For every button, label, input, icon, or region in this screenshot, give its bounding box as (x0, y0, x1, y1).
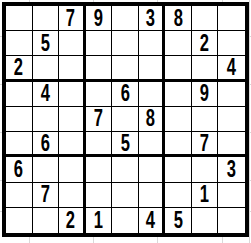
cell-r6c7[interactable] (165, 132, 192, 157)
spreadsheet-background: 793852244697865763712145 (0, 0, 251, 243)
cell-r6c8: 7 (192, 132, 219, 157)
cell-r2c1[interactable] (6, 31, 33, 56)
cell-r7c1: 6 (6, 157, 33, 182)
cell-r9c6: 4 (139, 208, 166, 233)
cell-r6c4[interactable] (86, 132, 113, 157)
cell-r7c8[interactable] (192, 157, 219, 182)
cell-r4c9[interactable] (218, 82, 245, 107)
cell-r6c2: 6 (33, 132, 60, 157)
cell-r2c9[interactable] (218, 31, 245, 56)
given-digit: 6 (120, 82, 129, 105)
cell-r6c5: 5 (112, 132, 139, 157)
cell-r9c3: 2 (59, 208, 86, 233)
cell-r5c7[interactable] (165, 107, 192, 132)
cell-r9c7: 5 (165, 208, 192, 233)
given-digit: 2 (66, 209, 75, 232)
given-digit: 3 (146, 7, 155, 30)
given-digit: 4 (41, 82, 50, 105)
cell-r4c5: 6 (112, 82, 139, 107)
cell-r3c4[interactable] (86, 56, 113, 81)
cell-r2c5[interactable] (112, 31, 139, 56)
cell-r7c2[interactable] (33, 157, 60, 182)
cell-r4c6[interactable] (139, 82, 166, 107)
cell-r1c9[interactable] (218, 6, 245, 31)
given-digit: 8 (173, 7, 182, 30)
cell-r8c5[interactable] (112, 183, 139, 208)
cell-r7c7[interactable] (165, 157, 192, 182)
given-digit: 5 (120, 132, 129, 155)
cell-r4c2: 4 (33, 82, 60, 107)
cell-r8c6[interactable] (139, 183, 166, 208)
given-digit: 1 (200, 183, 209, 206)
given-digit: 6 (14, 158, 23, 181)
sudoku-board: 793852244697865763712145 (2, 2, 249, 237)
given-digit: 5 (41, 32, 50, 55)
given-digit: 9 (200, 82, 209, 105)
given-digit: 4 (227, 56, 236, 79)
cell-r9c4: 1 (86, 208, 113, 233)
cell-r5c2[interactable] (33, 107, 60, 132)
cell-r6c1[interactable] (6, 132, 33, 157)
cell-r2c6[interactable] (139, 31, 166, 56)
cell-r5c8[interactable] (192, 107, 219, 132)
cell-r6c9[interactable] (218, 132, 245, 157)
cell-r4c7[interactable] (165, 82, 192, 107)
given-digit: 6 (41, 132, 50, 155)
cell-r3c2[interactable] (33, 56, 60, 81)
cell-r3c6[interactable] (139, 56, 166, 81)
given-digit: 7 (66, 7, 75, 30)
cell-r3c8[interactable] (192, 56, 219, 81)
given-digit: 2 (14, 56, 23, 79)
cell-r2c8: 2 (192, 31, 219, 56)
cell-r7c9: 3 (218, 157, 245, 182)
cell-r8c7[interactable] (165, 183, 192, 208)
cell-r8c8: 1 (192, 183, 219, 208)
given-digit: 1 (94, 209, 103, 232)
cell-r3c5[interactable] (112, 56, 139, 81)
cell-r9c9[interactable] (218, 208, 245, 233)
cell-r5c5[interactable] (112, 107, 139, 132)
given-digit: 3 (227, 158, 236, 181)
cell-r1c1[interactable] (6, 6, 33, 31)
cell-r7c4[interactable] (86, 157, 113, 182)
cell-r5c4: 7 (86, 107, 113, 132)
cell-r3c3[interactable] (59, 56, 86, 81)
cell-r9c5[interactable] (112, 208, 139, 233)
cell-r1c2[interactable] (33, 6, 60, 31)
cell-r7c3[interactable] (59, 157, 86, 182)
cell-r1c8[interactable] (192, 6, 219, 31)
cell-r2c2: 5 (33, 31, 60, 56)
cell-r2c4[interactable] (86, 31, 113, 56)
cell-r5c9[interactable] (218, 107, 245, 132)
background-gridline (249, 0, 250, 243)
cell-r4c4[interactable] (86, 82, 113, 107)
given-digit: 9 (94, 7, 103, 30)
cell-r5c6: 8 (139, 107, 166, 132)
cell-r4c1[interactable] (6, 82, 33, 107)
given-digit: 7 (41, 183, 50, 206)
cell-r1c5[interactable] (112, 6, 139, 31)
cell-r4c3[interactable] (59, 82, 86, 107)
cell-r1c6: 3 (139, 6, 166, 31)
cell-r6c6[interactable] (139, 132, 166, 157)
cell-r8c4[interactable] (86, 183, 113, 208)
cell-r9c1[interactable] (6, 208, 33, 233)
cell-r4c8: 9 (192, 82, 219, 107)
cell-r1c7: 8 (165, 6, 192, 31)
cell-r8c9[interactable] (218, 183, 245, 208)
cell-r9c8[interactable] (192, 208, 219, 233)
cell-r3c9: 4 (218, 56, 245, 81)
cell-r8c3[interactable] (59, 183, 86, 208)
given-digit: 5 (173, 209, 182, 232)
cell-r7c6[interactable] (139, 157, 166, 182)
cell-r7c5[interactable] (112, 157, 139, 182)
given-digit: 4 (146, 209, 155, 232)
cell-r2c7[interactable] (165, 31, 192, 56)
cell-r3c1: 2 (6, 56, 33, 81)
cell-r8c2: 7 (33, 183, 60, 208)
given-digit: 7 (94, 107, 103, 130)
given-digit: 2 (200, 32, 209, 55)
cell-r2c3[interactable] (59, 31, 86, 56)
cell-r8c1[interactable] (6, 183, 33, 208)
cell-r3c7[interactable] (165, 56, 192, 81)
cell-r6c3[interactable] (59, 132, 86, 157)
cell-r9c2[interactable] (33, 208, 60, 233)
cell-r5c1[interactable] (6, 107, 33, 132)
given-digit: 7 (200, 132, 209, 155)
given-digit: 8 (146, 107, 155, 130)
cell-r1c4: 9 (86, 6, 113, 31)
cell-r5c3[interactable] (59, 107, 86, 132)
cell-r1c3: 7 (59, 6, 86, 31)
